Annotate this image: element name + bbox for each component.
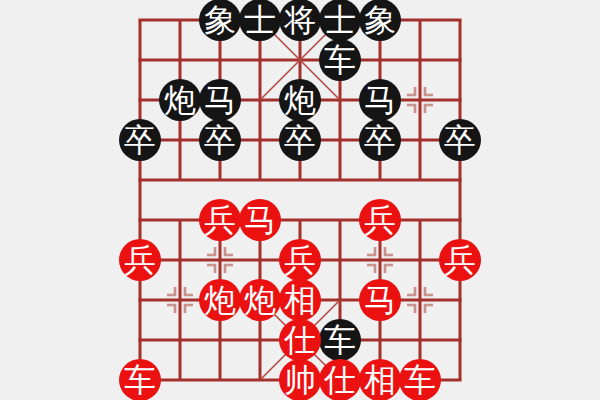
xiangqi-app: 象士将士象车炮马炮马卒卒卒卒卒车兵马兵兵兵兵炮炮相马仕车帅仕相车	[0, 0, 600, 400]
piece-black-horse[interactable]: 马	[199, 79, 241, 121]
piece-black-cannon[interactable]: 炮	[159, 79, 201, 121]
piece-black-cannon[interactable]: 炮	[279, 79, 321, 121]
piece-red-chariot[interactable]: 车	[119, 359, 161, 400]
piece-red-soldier[interactable]: 兵	[199, 199, 241, 241]
piece-red-cannon[interactable]: 炮	[239, 279, 281, 321]
piece-black-advisor[interactable]: 士	[319, 0, 361, 41]
piece-black-advisor[interactable]: 士	[239, 0, 281, 41]
piece-red-elephant[interactable]: 相	[359, 359, 401, 400]
piece-red-general[interactable]: 帅	[279, 359, 321, 400]
piece-black-soldier[interactable]: 卒	[359, 119, 401, 161]
piece-black-chariot[interactable]: 车	[319, 319, 361, 361]
piece-black-chariot[interactable]: 车	[319, 39, 361, 81]
piece-black-soldier[interactable]: 卒	[279, 119, 321, 161]
piece-red-elephant[interactable]: 相	[279, 279, 321, 321]
piece-black-elephant[interactable]: 象	[359, 0, 401, 41]
piece-red-soldier[interactable]: 兵	[359, 199, 401, 241]
piece-black-soldier[interactable]: 卒	[199, 119, 241, 161]
piece-red-chariot[interactable]: 车	[399, 359, 441, 400]
piece-red-horse[interactable]: 马	[359, 279, 401, 321]
piece-red-advisor[interactable]: 仕	[279, 319, 321, 361]
piece-red-soldier[interactable]: 兵	[279, 239, 321, 281]
piece-red-soldier[interactable]: 兵	[119, 239, 161, 281]
piece-red-advisor[interactable]: 仕	[319, 359, 361, 400]
piece-black-elephant[interactable]: 象	[199, 0, 241, 41]
piece-black-horse[interactable]: 马	[359, 79, 401, 121]
piece-red-cannon[interactable]: 炮	[199, 279, 241, 321]
piece-red-soldier[interactable]: 兵	[439, 239, 481, 281]
piece-black-soldier[interactable]: 卒	[439, 119, 481, 161]
piece-red-horse[interactable]: 马	[239, 199, 281, 241]
piece-black-soldier[interactable]: 卒	[119, 119, 161, 161]
piece-black-general[interactable]: 将	[279, 0, 321, 41]
